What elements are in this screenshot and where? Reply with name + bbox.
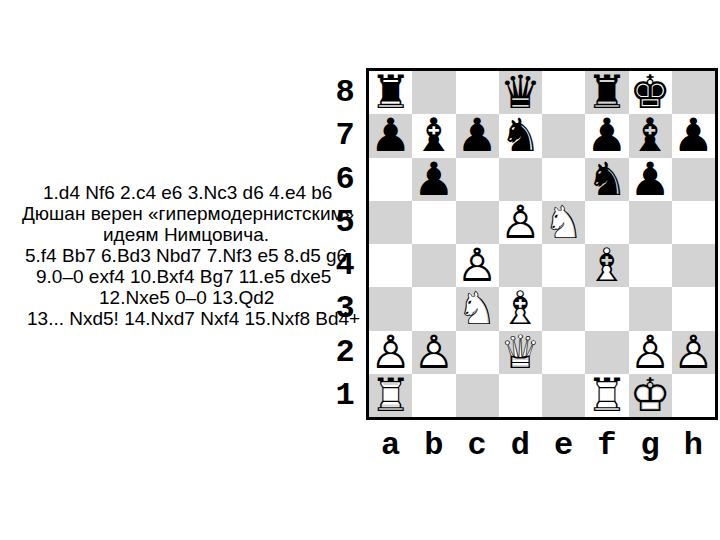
slide: 1.d4 Nf6 2.c4 e6 3.Nc3 d6 4.e4 b6Дюшан в…	[0, 0, 720, 540]
annotation-line-5: 9.0–0 exf4 10.Bxf4 Bg7 11.e5 dxe5	[36, 266, 331, 287]
rank-label-6: 6	[330, 158, 360, 201]
board-square-a4	[369, 244, 412, 287]
chess-piece-black-p: ♟︎	[585, 114, 628, 157]
board-square-b6: ♟︎	[412, 158, 455, 201]
board-square-d3: ♝︎♗︎	[499, 287, 542, 330]
annotation-line-3: идеям Нимцовича.	[103, 224, 269, 245]
board-square-d1	[499, 374, 542, 417]
board-square-h6	[672, 158, 715, 201]
board-square-b7: ♝︎	[412, 114, 455, 157]
chess-piece-white-p: ♙︎	[672, 331, 715, 374]
file-label-g: g	[629, 426, 672, 464]
board-square-d7: ♞︎	[499, 114, 542, 157]
board-square-e8	[542, 71, 585, 114]
file-label-a: a	[369, 426, 412, 464]
board-square-e2	[542, 331, 585, 374]
chess-piece-white-k: ♔︎	[629, 374, 672, 417]
board-square-d5: ♟︎♙︎	[499, 201, 542, 244]
board-square-g1: ♚︎♔︎	[629, 374, 672, 417]
rank-label-8: 8	[330, 71, 360, 114]
rank-label-7: 7	[330, 114, 360, 157]
board-square-f7: ♟︎	[585, 114, 628, 157]
board-square-a5	[369, 201, 412, 244]
file-label-e: e	[542, 426, 585, 464]
board-square-h7: ♟︎	[672, 114, 715, 157]
file-label-h: h	[672, 426, 715, 464]
annotation-line-2: Дюшан верен «гипермодернистским»	[22, 203, 354, 224]
board-square-g7: ♝︎	[629, 114, 672, 157]
annotation-line-4: 5.f4 Bb7 6.Bd3 Nbd7 7.Nf3 e5 8.d5 g6	[25, 245, 347, 266]
chess-piece-white-p: ♙︎	[499, 201, 542, 244]
annotation-block: 1.d4 Nf6 2.c4 e6 3.Nc3 d6 4.e4 b6Дюшан в…	[0, 178, 361, 334]
file-label-c: c	[456, 426, 499, 464]
board-square-g6: ♟︎	[629, 158, 672, 201]
board-square-a1: ♜︎♖︎	[369, 374, 412, 417]
chess-piece-white-r: ♖︎	[369, 374, 412, 417]
board-square-e3	[542, 287, 585, 330]
board-square-f4: ♝︎♗︎	[585, 244, 628, 287]
board-square-g3	[629, 287, 672, 330]
chess-piece-black-p: ♟︎	[412, 158, 455, 201]
annotation-line-7: 13... Nxd5! 14.Nxd7 Nxf4 15.Nxf8 Bd4+	[27, 308, 360, 329]
board-square-c2	[456, 331, 499, 374]
board-square-b4	[412, 244, 455, 287]
board-square-h1	[672, 374, 715, 417]
board-square-f6: ♞︎	[585, 158, 628, 201]
rank-label-1: 1	[330, 374, 360, 417]
board-square-c1	[456, 374, 499, 417]
annotation-line-1: 1.d4 Nf6 2.c4 e6 3.Nc3 d6 4.e4 b6	[43, 182, 332, 203]
board-square-a7: ♟︎	[369, 114, 412, 157]
board-square-b1	[412, 374, 455, 417]
board-square-h4	[672, 244, 715, 287]
chess-piece-black-p: ♟︎	[456, 114, 499, 157]
chess-piece-black-p: ♟︎	[629, 158, 672, 201]
board-square-a6	[369, 158, 412, 201]
chess-piece-white-q: ♕︎	[499, 331, 542, 374]
chess-piece-white-n: ♘︎	[456, 287, 499, 330]
file-label-b: b	[412, 426, 455, 464]
board-square-g4	[629, 244, 672, 287]
chess-piece-black-b: ♝︎	[412, 114, 455, 157]
board-square-h2: ♟︎♙︎	[672, 331, 715, 374]
chess-piece-black-n: ♞︎	[499, 114, 542, 157]
chess-piece-black-n: ♞︎	[585, 158, 628, 201]
board-square-e7	[542, 114, 585, 157]
chess-piece-white-r: ♖︎	[585, 374, 628, 417]
board-square-b3	[412, 287, 455, 330]
chess-piece-black-p: ♟︎	[672, 114, 715, 157]
board-square-c3: ♞︎♘︎	[456, 287, 499, 330]
chess-piece-white-b: ♗︎	[499, 287, 542, 330]
chess-piece-black-b: ♝︎	[629, 114, 672, 157]
file-label-f: f	[585, 426, 628, 464]
board-square-g5	[629, 201, 672, 244]
board-square-b2: ♟︎♙︎	[412, 331, 455, 374]
rank-label-2: 2	[330, 331, 360, 374]
board-square-a3	[369, 287, 412, 330]
board-square-d2: ♛︎♕︎	[499, 331, 542, 374]
board-square-e5: ♞︎♘︎	[542, 201, 585, 244]
rank-label-5: 5	[330, 201, 360, 244]
rank-label-4: 4	[330, 244, 360, 287]
file-label-d: d	[499, 426, 542, 464]
chessboard: ♜︎♛︎♜︎♚︎♟︎♝︎♟︎♞︎♟︎♝︎♟︎♟︎♞︎♟︎♟︎♙︎♞︎♘︎♟︎♙︎…	[366, 68, 718, 420]
board-square-c7: ♟︎	[456, 114, 499, 157]
chess-piece-black-p: ♟︎	[369, 114, 412, 157]
board-square-e1	[542, 374, 585, 417]
board-square-f1: ♜︎♖︎	[585, 374, 628, 417]
board-square-f3	[585, 287, 628, 330]
board-square-b5	[412, 201, 455, 244]
annotation-line-6: 12.Nxe5 0–0 13.Qd2	[99, 287, 274, 308]
board-square-h3	[672, 287, 715, 330]
chess-piece-white-b: ♗︎	[585, 244, 628, 287]
board-square-e4	[542, 244, 585, 287]
chess-piece-white-n: ♘︎	[542, 201, 585, 244]
board-square-h5	[672, 201, 715, 244]
chess-piece-white-p: ♙︎	[412, 331, 455, 374]
board-square-c6	[456, 158, 499, 201]
rank-label-3: 3	[330, 287, 360, 330]
